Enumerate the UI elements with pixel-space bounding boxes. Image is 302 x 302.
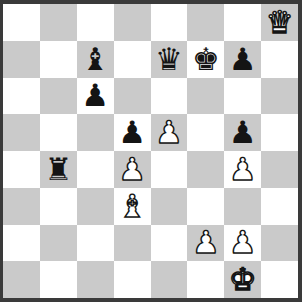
- black-king-f7[interactable]: ♚: [192, 44, 220, 75]
- square-h7[interactable]: [261, 41, 298, 78]
- white-pawn-e5[interactable]: ♟: [155, 117, 183, 148]
- square-d7[interactable]: [114, 41, 151, 78]
- square-h2[interactable]: [261, 225, 298, 262]
- chess-board: ♛♝♛♚♟♟♟♟♟♜♟♟♝♟♟♚: [3, 4, 298, 298]
- square-h5[interactable]: [261, 114, 298, 151]
- square-d6[interactable]: [114, 78, 151, 115]
- square-d1[interactable]: [114, 261, 151, 298]
- white-pawn-f2[interactable]: ♟: [192, 227, 220, 258]
- square-f7[interactable]: ♚: [187, 41, 224, 78]
- square-g6[interactable]: [224, 78, 261, 115]
- white-pawn-g4[interactable]: ♟: [229, 154, 257, 185]
- black-pawn-c6[interactable]: ♟: [81, 80, 109, 111]
- white-queen-h8[interactable]: ♛: [266, 7, 294, 38]
- square-g2[interactable]: ♟: [224, 225, 261, 262]
- square-b6[interactable]: [40, 78, 77, 115]
- square-b3[interactable]: [40, 188, 77, 225]
- black-queen-e7[interactable]: ♛: [155, 44, 183, 75]
- square-f3[interactable]: [187, 188, 224, 225]
- square-f8[interactable]: [187, 4, 224, 41]
- square-g5[interactable]: ♟: [224, 114, 261, 151]
- white-pawn-d4[interactable]: ♟: [118, 154, 146, 185]
- square-g3[interactable]: [224, 188, 261, 225]
- black-pawn-g7[interactable]: ♟: [229, 44, 257, 75]
- square-g8[interactable]: [224, 4, 261, 41]
- square-d4[interactable]: ♟: [114, 151, 151, 188]
- white-king-g1[interactable]: ♚: [229, 264, 257, 295]
- square-h8[interactable]: ♛: [261, 4, 298, 41]
- square-f1[interactable]: [187, 261, 224, 298]
- square-e2[interactable]: [151, 225, 188, 262]
- square-g4[interactable]: ♟: [224, 151, 261, 188]
- square-b7[interactable]: [40, 41, 77, 78]
- square-a7[interactable]: [3, 41, 40, 78]
- square-e5[interactable]: ♟: [151, 114, 188, 151]
- square-d8[interactable]: [114, 4, 151, 41]
- square-h4[interactable]: [261, 151, 298, 188]
- square-b4[interactable]: ♜: [40, 151, 77, 188]
- square-c8[interactable]: [77, 4, 114, 41]
- square-c2[interactable]: [77, 225, 114, 262]
- black-pawn-d5[interactable]: ♟: [118, 117, 146, 148]
- square-g1[interactable]: ♚: [224, 261, 261, 298]
- square-g7[interactable]: ♟: [224, 41, 261, 78]
- square-c4[interactable]: [77, 151, 114, 188]
- square-b1[interactable]: [40, 261, 77, 298]
- square-c6[interactable]: ♟: [77, 78, 114, 115]
- square-e7[interactable]: ♛: [151, 41, 188, 78]
- square-a6[interactable]: [3, 78, 40, 115]
- square-a4[interactable]: [3, 151, 40, 188]
- square-b2[interactable]: [40, 225, 77, 262]
- square-e3[interactable]: [151, 188, 188, 225]
- square-e1[interactable]: [151, 261, 188, 298]
- black-pawn-g5[interactable]: ♟: [229, 117, 257, 148]
- square-d3[interactable]: ♝: [114, 188, 151, 225]
- square-f6[interactable]: [187, 78, 224, 115]
- square-e6[interactable]: [151, 78, 188, 115]
- square-h3[interactable]: [261, 188, 298, 225]
- square-f2[interactable]: ♟: [187, 225, 224, 262]
- square-f4[interactable]: [187, 151, 224, 188]
- square-h6[interactable]: [261, 78, 298, 115]
- square-c7[interactable]: ♝: [77, 41, 114, 78]
- square-e4[interactable]: [151, 151, 188, 188]
- square-a5[interactable]: [3, 114, 40, 151]
- square-b5[interactable]: [40, 114, 77, 151]
- white-pawn-g2[interactable]: ♟: [229, 227, 257, 258]
- square-d2[interactable]: [114, 225, 151, 262]
- square-c5[interactable]: [77, 114, 114, 151]
- square-b8[interactable]: [40, 4, 77, 41]
- square-h1[interactable]: [261, 261, 298, 298]
- square-c1[interactable]: [77, 261, 114, 298]
- white-bishop-d3[interactable]: ♝: [118, 191, 146, 222]
- square-d5[interactable]: ♟: [114, 114, 151, 151]
- square-a3[interactable]: [3, 188, 40, 225]
- chess-board-frame: ♛♝♛♚♟♟♟♟♟♜♟♟♝♟♟♚: [0, 0, 302, 302]
- square-a2[interactable]: [3, 225, 40, 262]
- black-rook-b4[interactable]: ♜: [44, 154, 72, 185]
- square-e8[interactable]: [151, 4, 188, 41]
- square-f5[interactable]: [187, 114, 224, 151]
- square-a1[interactable]: [3, 261, 40, 298]
- square-c3[interactable]: [77, 188, 114, 225]
- square-a8[interactable]: [3, 4, 40, 41]
- black-bishop-c7[interactable]: ♝: [81, 44, 109, 75]
